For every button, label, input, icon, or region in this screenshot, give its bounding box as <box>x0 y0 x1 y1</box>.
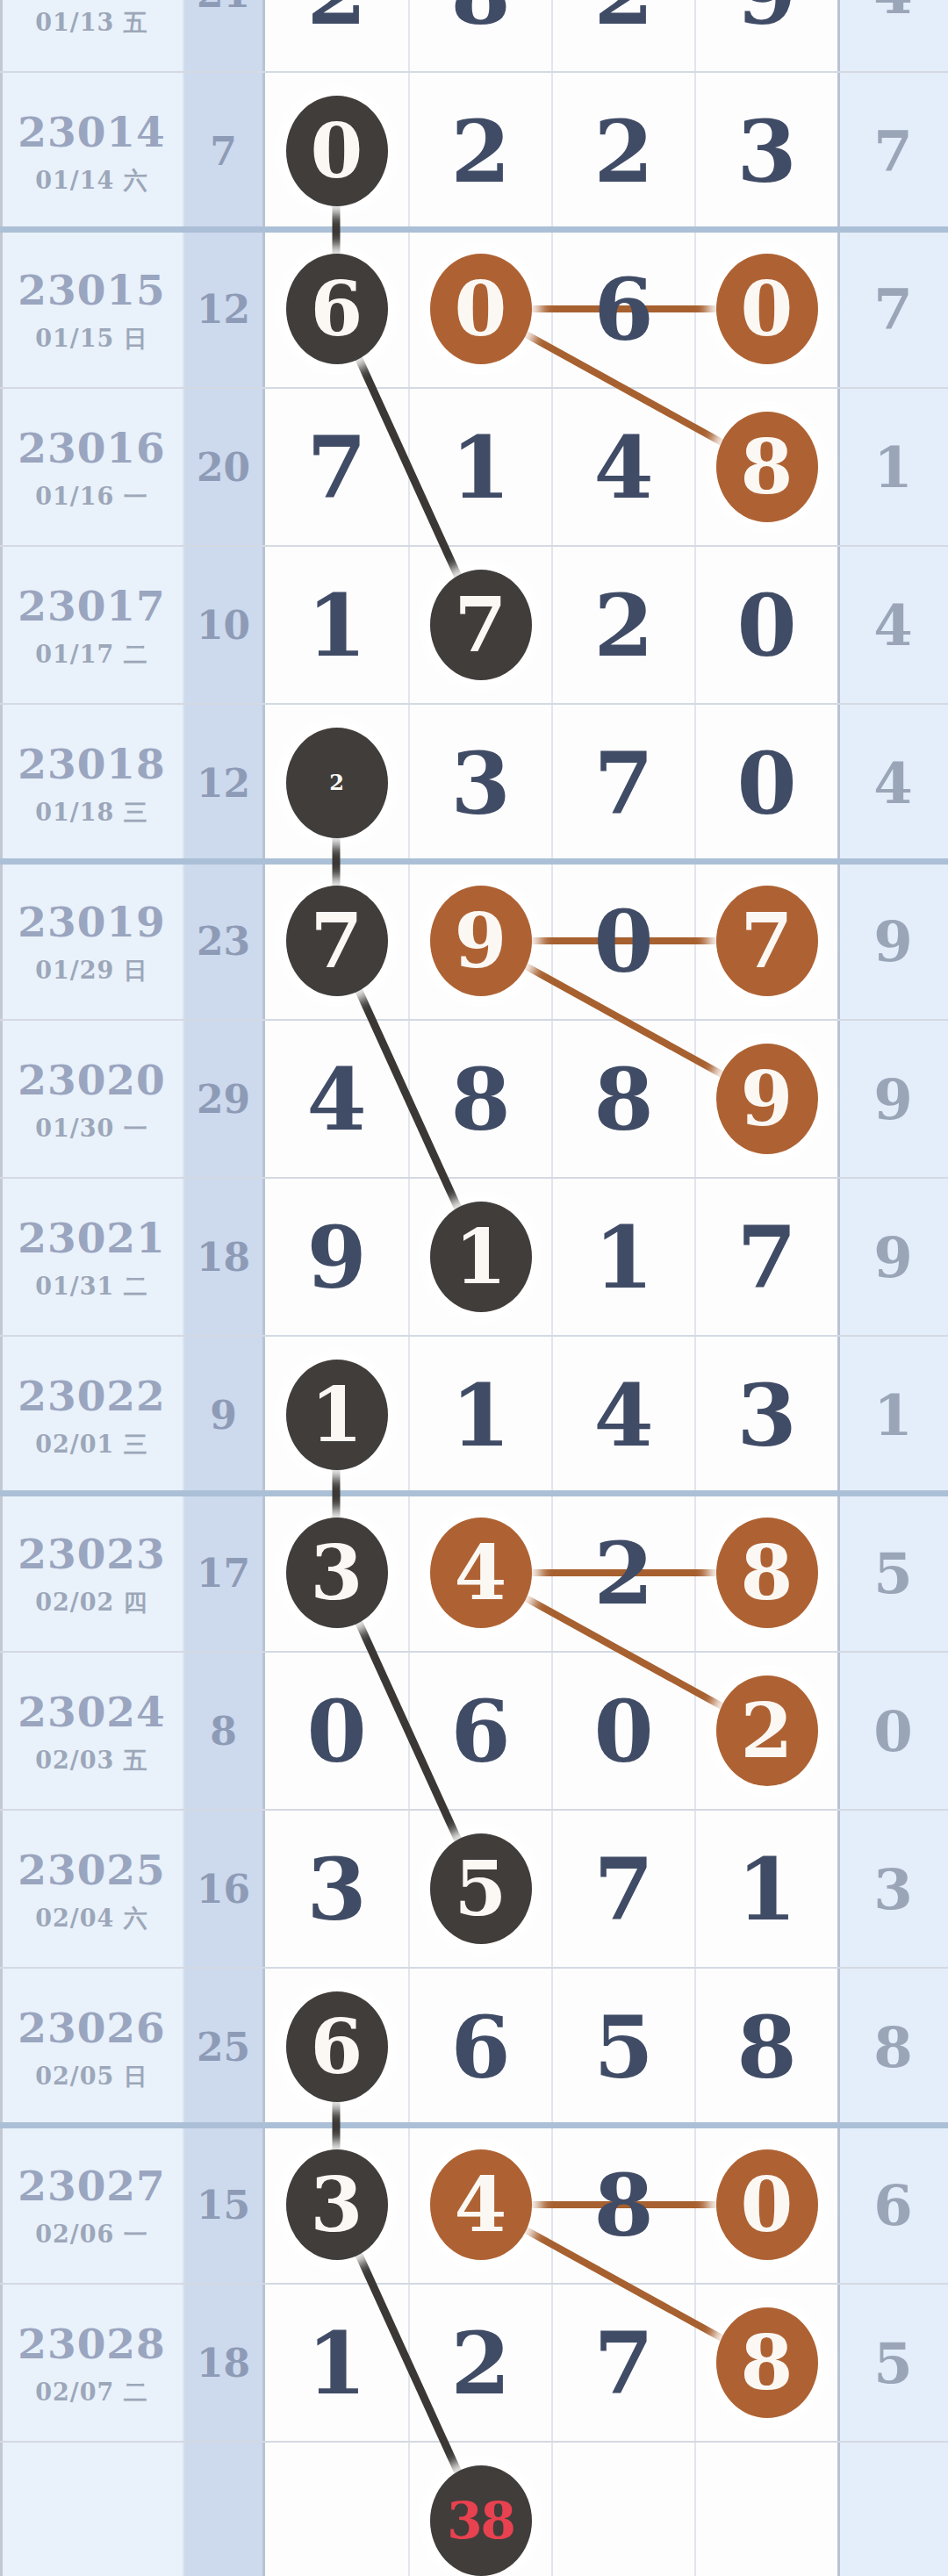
digit-circle-brown: 4 <box>430 1518 532 1628</box>
digit-circle-dark: 6 <box>286 254 388 364</box>
digit-circle-brown: 0 <box>716 2149 818 2260</box>
miss-count-value: 9 <box>210 1393 237 1438</box>
period-label: 23019 <box>0 897 183 946</box>
digit-cell: 7 <box>553 1810 694 1968</box>
digit-cell: 8 <box>696 2284 837 2442</box>
digit-cell: 1 <box>410 1178 551 1336</box>
date-text: 02/02 四 <box>35 1587 147 1618</box>
miss-count-value: 12 <box>197 287 250 332</box>
date-text: 01/14 六 <box>35 165 147 197</box>
date-text: 01/31 二 <box>35 1271 147 1302</box>
period-label: 23014 <box>0 107 183 156</box>
right-digit-value: 4 <box>873 592 913 658</box>
period-label: 23023 <box>0 1529 183 1578</box>
right-digit-cell: 4 <box>838 572 948 678</box>
plain-digit: 6 <box>450 1681 510 1782</box>
miss-count-cell: 9 <box>183 1380 263 1450</box>
digit-cell: 2 <box>410 2284 551 2442</box>
date-text: 02/04 六 <box>35 1903 147 1934</box>
digit-cell: 2 <box>265 704 408 862</box>
circled-digit: 6 <box>311 2009 363 2084</box>
period-label: 23028 <box>0 2319 183 2368</box>
right-digit-value: 5 <box>873 2330 913 2396</box>
right-digit-value: 1 <box>873 434 913 500</box>
digit-cell: 2 <box>553 72 694 230</box>
circled-digit: 2 <box>329 772 344 793</box>
right-digit-cell: 5 <box>838 2310 948 2415</box>
digit-cell: 2 <box>410 72 551 230</box>
plain-digit: 4 <box>593 417 653 518</box>
right-digit-cell: 9 <box>838 1204 948 1310</box>
period-number: 23014 <box>18 108 166 156</box>
miss-count-cell: 21 <box>183 0 263 28</box>
digit-cell: 8 <box>553 1020 694 1178</box>
period-label: 23021 <box>0 1213 183 1262</box>
plain-digit: 0 <box>306 1681 366 1782</box>
miss-count-cell: 8 <box>183 1696 263 1766</box>
miss-count-value: 21 <box>197 0 250 16</box>
right-digit-value: 4 <box>873 0 913 26</box>
right-digit-cell: 8 <box>838 1994 948 2099</box>
date-text: 02/06 一 <box>35 2219 147 2250</box>
plain-digit: 8 <box>450 1049 510 1150</box>
digit-circle-brown: 8 <box>716 412 818 522</box>
period-label: 23022 <box>0 1371 183 1420</box>
digit-cell: 0 <box>696 546 837 704</box>
plain-digit: 9 <box>306 1207 366 1308</box>
period-number: 23027 <box>18 2162 166 2210</box>
plain-digit: 2 <box>593 101 653 202</box>
date-label: 01/30 一 <box>0 1111 183 1146</box>
date-label: 01/15 日 <box>0 321 183 356</box>
circled-digit: 7 <box>741 903 794 979</box>
digit-circle-dark: 5 <box>430 1833 532 1944</box>
digit-cell: 5 <box>553 1968 694 2126</box>
circled-digit: 8 <box>741 429 794 505</box>
right-digit-value: 7 <box>873 276 913 342</box>
digit-cell: 9 <box>265 1178 408 1336</box>
digit-circle-dark: 3 <box>286 1518 388 1628</box>
right-digit-value: 3 <box>873 1856 913 1922</box>
period-label: 23026 <box>0 2003 183 2052</box>
digit-cell: 6 <box>553 230 694 388</box>
digit-cell: 0 <box>696 230 837 388</box>
plain-digit: 2 <box>593 1523 653 1624</box>
digit-cell: 1 <box>553 1178 694 1336</box>
digit-cell: 3 <box>696 72 837 230</box>
circled-digit: 8 <box>741 1535 794 1611</box>
circled-digit: 3 <box>311 1535 363 1611</box>
miss-count-cell: 18 <box>183 2328 263 2398</box>
period-number: 23020 <box>18 1056 166 1104</box>
miss-count-value: 23 <box>197 919 250 964</box>
right-digit-cell: 4 <box>838 0 948 46</box>
date-text: 02/03 五 <box>35 1745 147 1776</box>
plain-digit: 1 <box>450 1365 510 1466</box>
digit-cell: 5 <box>410 1810 551 1968</box>
digit-cell: 2 <box>553 0 694 72</box>
red-special-number: 38 <box>447 2495 514 2546</box>
digit-cell: 3 <box>265 2126 408 2284</box>
circled-digit: 1 <box>311 1377 363 1453</box>
digit-cell: 1 <box>265 1336 408 1494</box>
date-label: 02/05 日 <box>0 2059 183 2094</box>
date-label: 01/13 五 <box>0 5 183 40</box>
digit-cell: 3 <box>696 1336 837 1494</box>
miss-count-value: 12 <box>197 761 250 806</box>
right-digit-value: 9 <box>873 908 913 974</box>
digit-circle-dark: 1 <box>286 1360 388 1470</box>
plain-digit: 1 <box>736 1839 796 1940</box>
digit-cell: 8 <box>553 2126 694 2284</box>
miss-count-cell: 25 <box>183 2012 263 2082</box>
digit-cell: 7 <box>553 704 694 862</box>
digit-cell: 1 <box>265 2284 408 2442</box>
right-digit-cell: 3 <box>838 1836 948 1941</box>
right-digit-cell: 1 <box>838 414 948 520</box>
digit-cell: 0 <box>265 72 408 230</box>
circled-digit: 7 <box>311 903 363 979</box>
miss-count-value: 18 <box>197 2341 250 2386</box>
digit-circle-dark: 7 <box>430 570 532 680</box>
miss-count-cell: 18 <box>183 1222 263 1292</box>
digit-cell: 0 <box>410 230 551 388</box>
period-label: 23017 <box>0 581 183 630</box>
plain-digit: 2 <box>593 575 653 676</box>
digit-circle-dark: 2 <box>286 728 388 838</box>
circled-digit: 5 <box>455 1851 507 1927</box>
period-label: 23025 <box>0 1845 183 1894</box>
period-number: 23025 <box>18 1846 166 1894</box>
date-text: 02/01 三 <box>35 1429 147 1460</box>
miss-count-value: 7 <box>210 129 237 174</box>
right-digit-value: 7 <box>873 118 913 184</box>
plain-digit: 3 <box>736 1365 796 1466</box>
circled-digit: 4 <box>455 2167 507 2242</box>
digit-circle-dark: 1 <box>430 1202 532 1312</box>
digit-circle-brown: 2 <box>716 1675 818 1786</box>
plain-digit: 0 <box>736 733 796 834</box>
plain-digit: 3 <box>450 733 510 834</box>
plain-digit: 0 <box>736 575 796 676</box>
digit-cell: 9 <box>696 1020 837 1178</box>
date-text: 01/16 一 <box>35 481 147 513</box>
plain-digit: 8 <box>450 0 510 44</box>
digit-cell: 1 <box>696 1810 837 1968</box>
period-label: 23024 <box>0 1687 183 1736</box>
digit-cell: 7 <box>265 862 408 1020</box>
date-text: 01/18 三 <box>35 797 147 829</box>
digit-cell: 6 <box>265 1968 408 2126</box>
digit-cell: 3 <box>265 1494 408 1652</box>
plain-digit: 2 <box>306 0 366 44</box>
digit-cell: 2 <box>553 1494 694 1652</box>
plain-digit: 1 <box>450 417 510 518</box>
date-text: 01/15 日 <box>35 323 147 355</box>
plain-digit: 8 <box>593 1049 653 1150</box>
digit-cell: 8 <box>696 1494 837 1652</box>
digit-circle-brown: 7 <box>716 886 818 996</box>
period-number: 23026 <box>18 2004 166 2052</box>
date-label: 01/18 三 <box>0 795 183 830</box>
date-label: 02/07 二 <box>0 2375 183 2410</box>
plain-digit: 9 <box>736 0 796 44</box>
period-number: 23016 <box>18 424 166 472</box>
period-number: 23018 <box>18 740 166 788</box>
circled-digit: 9 <box>741 1061 794 1137</box>
miss-count-cell: 20 <box>183 432 263 502</box>
circled-digit: 0 <box>455 271 507 347</box>
digit-circle-dark: 3 <box>286 2149 388 2260</box>
right-digit-value: 0 <box>873 1698 913 1764</box>
digit-circle-brown: 9 <box>430 886 532 996</box>
digit-circle-dark: 7 <box>286 886 388 996</box>
right-digit-cell: 9 <box>838 888 948 994</box>
date-text: 01/30 一 <box>35 1113 147 1144</box>
digit-cell: 9 <box>696 0 837 72</box>
digit-cell: 8 <box>410 0 551 72</box>
right-digit-cell: 7 <box>838 98 948 204</box>
digit-cell: 4 <box>410 1494 551 1652</box>
circled-digit: 0 <box>741 2167 794 2242</box>
miss-count-value: 16 <box>197 1867 250 1912</box>
date-label: 02/04 六 <box>0 1901 183 1936</box>
date-text: 02/05 日 <box>35 2061 147 2092</box>
date-label: 02/06 一 <box>0 2217 183 2252</box>
digit-cell: 3 <box>410 704 551 862</box>
date-label: 02/03 五 <box>0 1743 183 1778</box>
plain-digit: 7 <box>306 417 366 518</box>
period-number: 23015 <box>18 266 166 314</box>
period-number: 23028 <box>18 2320 166 2368</box>
right-digit-value: 6 <box>873 2172 913 2238</box>
digit-cell: 7 <box>696 862 837 1020</box>
digit-cell: 9 <box>410 862 551 1020</box>
date-label: 01/16 一 <box>0 479 183 514</box>
digit-circle-dark: 0 <box>286 96 388 206</box>
right-digit-value: 1 <box>873 1382 913 1448</box>
digit-cell: 1 <box>410 1336 551 1494</box>
plain-digit: 8 <box>736 1997 796 2098</box>
digit-cell: 6 <box>265 230 408 388</box>
plain-digit: 7 <box>593 1839 653 1940</box>
miss-count-cell: 29 <box>183 1064 263 1134</box>
miss-count-cell: 12 <box>183 748 263 818</box>
plain-digit: 3 <box>736 101 796 202</box>
period-label: 23027 <box>0 2161 183 2210</box>
period-number: 23023 <box>18 1530 166 1578</box>
circled-digit: 0 <box>741 271 794 347</box>
date-label: 01/17 二 <box>0 637 183 672</box>
plain-digit: 7 <box>593 733 653 834</box>
miss-count-value: 29 <box>197 1077 250 1122</box>
miss-count-value: 8 <box>210 1709 237 1754</box>
digit-cell: 4 <box>410 2126 551 2284</box>
circled-digit: 8 <box>741 2325 794 2400</box>
circled-digit: 9 <box>455 903 507 979</box>
digit-cell: 6 <box>410 1652 551 1810</box>
right-digit-value: 8 <box>873 2014 913 2080</box>
digit-cell: 0 <box>553 862 694 1020</box>
period-number: 23017 <box>18 582 166 630</box>
plain-digit: 0 <box>593 1681 653 1782</box>
right-digit-cell: 6 <box>838 2152 948 2257</box>
circled-digit: 4 <box>455 1535 507 1611</box>
date-label: 02/02 四 <box>0 1585 183 1620</box>
digit-circle-brown: 0 <box>430 254 532 364</box>
miss-count-cell: 16 <box>183 1854 263 1924</box>
plain-digit: 2 <box>450 2313 510 2414</box>
period-number: 23024 <box>18 1688 166 1736</box>
period-label: 23016 <box>0 423 183 472</box>
miss-count-value: 18 <box>197 1235 250 1280</box>
period-label: 23015 <box>0 265 183 314</box>
plain-digit: 6 <box>593 259 653 360</box>
digit-circle-brown: 0 <box>716 254 818 364</box>
right-digit-value: 9 <box>873 1224 913 1290</box>
digit-cell: 0 <box>553 1652 694 1810</box>
date-label: 02/01 三 <box>0 1427 183 1462</box>
period-label: 23020 <box>0 1055 183 1104</box>
right-digit-cell: 0 <box>838 1678 948 1783</box>
digit-cell: 7 <box>696 1178 837 1336</box>
circled-digit: 3 <box>311 2167 363 2242</box>
digit-circle-dark: 38 <box>430 2465 532 2576</box>
plain-digit: 4 <box>593 1365 653 1466</box>
digit-circle-brown: 9 <box>716 1044 818 1154</box>
right-digit-cell: 7 <box>838 256 948 362</box>
circled-digit: 7 <box>455 587 507 663</box>
miss-count-cell: 7 <box>183 116 263 186</box>
plain-digit: 4 <box>306 1049 366 1150</box>
digit-cell: 4 <box>553 1336 694 1494</box>
digit-cell: 8 <box>696 388 837 546</box>
right-digit-value: 9 <box>873 1066 913 1132</box>
miss-count-cell: 23 <box>183 906 263 976</box>
circled-digit: 1 <box>455 1219 507 1295</box>
miss-count-cell: 17 <box>183 1538 263 1608</box>
digit-cell: 38 <box>410 2442 551 2576</box>
period-number: 23022 <box>18 1372 166 1420</box>
period-number: 23021 <box>18 1214 166 1262</box>
circled-digit: 0 <box>311 113 363 189</box>
plain-digit: 1 <box>306 2313 366 2414</box>
digit-cell: 4 <box>553 388 694 546</box>
plain-digit: 2 <box>450 101 510 202</box>
digit-cell: 0 <box>696 2126 837 2284</box>
miss-count-value: 25 <box>197 2025 250 2070</box>
date-text: 01/17 二 <box>35 639 147 671</box>
digit-circle-brown: 8 <box>716 1518 818 1628</box>
right-digit-cell: 4 <box>838 730 948 836</box>
date-text: 02/07 二 <box>35 2377 147 2408</box>
right-digit-cell: 9 <box>838 1046 948 1152</box>
digit-cell: 2 <box>553 546 694 704</box>
period-label: 23018 <box>0 739 183 788</box>
period-number: 23019 <box>18 898 166 946</box>
digit-cell: 7 <box>410 546 551 704</box>
digit-cell: 2 <box>696 1652 837 1810</box>
date-label: 01/29 日 <box>0 953 183 988</box>
digit-circle-brown: 4 <box>430 2149 532 2260</box>
digit-cell: 4 <box>265 1020 408 1178</box>
right-digit-cell: 5 <box>838 1520 948 1625</box>
lottery-trend-board: 01/13 五21282942301401/14 六7022372301501/… <box>0 0 948 2576</box>
digit-circle-dark: 6 <box>286 1991 388 2102</box>
right-digit-value: 5 <box>873 1540 913 1606</box>
miss-count-value: 17 <box>197 1551 250 1596</box>
plain-digit: 7 <box>593 2313 653 2414</box>
plain-digit: 6 <box>450 1997 510 2098</box>
date-label: 01/31 二 <box>0 1269 183 1304</box>
digit-circle-brown: 8 <box>716 2307 818 2418</box>
miss-count-cell: 12 <box>183 274 263 344</box>
digit-cell: 1 <box>265 546 408 704</box>
digit-cell: 6 <box>410 1968 551 2126</box>
digit-cell: 8 <box>410 1020 551 1178</box>
plain-digit: 2 <box>593 0 653 44</box>
digit-cell: 7 <box>265 388 408 546</box>
digit-cell: 0 <box>696 704 837 862</box>
digit-cell: 2 <box>265 0 408 72</box>
right-digit-cell: 1 <box>838 1362 948 1467</box>
plain-digit: 3 <box>306 1839 366 1940</box>
plain-digit: 1 <box>593 1207 653 1308</box>
digit-cell: 7 <box>553 2284 694 2442</box>
circled-digit: 6 <box>311 271 363 347</box>
miss-count-value: 20 <box>197 445 250 490</box>
plain-digit: 8 <box>593 2155 653 2256</box>
circled-digit: 2 <box>741 1693 794 1769</box>
digit-cell: 1 <box>410 388 551 546</box>
digit-cell: 0 <box>265 1652 408 1810</box>
plain-digit: 7 <box>736 1207 796 1308</box>
plain-digit: 1 <box>306 575 366 676</box>
miss-count-value: 15 <box>197 2183 250 2228</box>
miss-count-value: 10 <box>197 603 250 648</box>
plain-digit: 5 <box>593 1997 653 2098</box>
plain-digit: 0 <box>593 891 653 992</box>
date-text: 01/13 五 <box>35 7 147 39</box>
miss-count-cell: 10 <box>183 590 263 660</box>
miss-count-cell: 15 <box>183 2170 263 2240</box>
digit-cell: 8 <box>696 1968 837 2126</box>
right-digit-value: 4 <box>873 750 913 816</box>
date-text: 01/29 日 <box>35 955 147 987</box>
date-label: 01/14 六 <box>0 163 183 198</box>
digit-cell: 3 <box>265 1810 408 1968</box>
